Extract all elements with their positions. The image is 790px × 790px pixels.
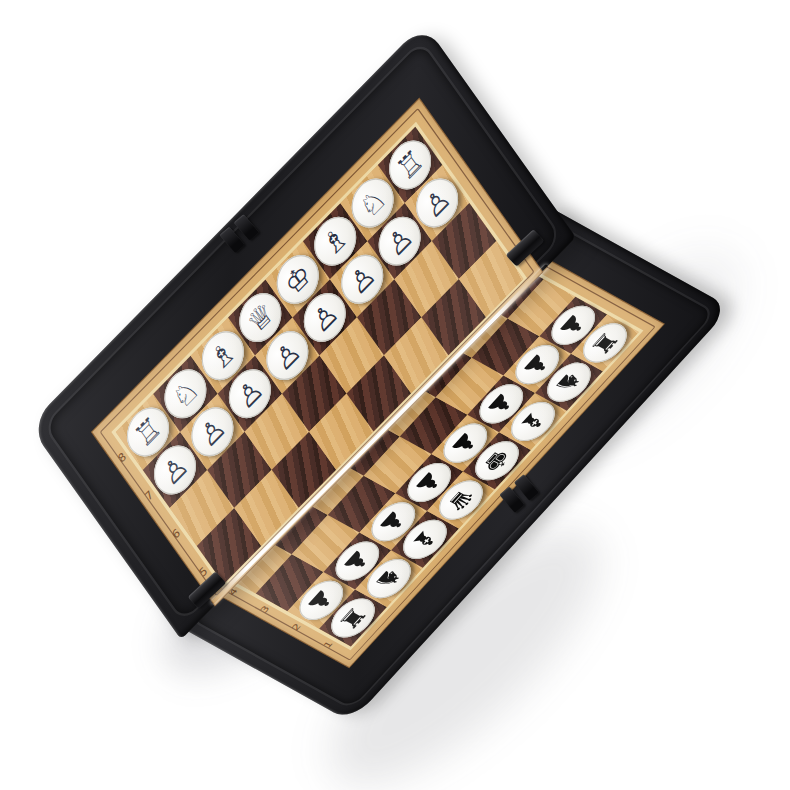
piece-glyph: ♙: [269, 334, 305, 377]
piece-glyph: ♘: [355, 182, 391, 225]
piece-glyph: ♙: [382, 220, 418, 263]
piece-glyph: ♜: [586, 327, 624, 358]
piece-glyph: ♛: [442, 484, 480, 515]
piece-glyph: ♙: [419, 182, 455, 225]
piece-glyph: ♙: [232, 372, 268, 415]
piece-glyph: ♝: [406, 524, 444, 555]
piece-glyph: ♙: [307, 296, 343, 339]
piece-glyph: ♝: [514, 406, 552, 437]
piece-glyph: ♖: [130, 411, 166, 454]
piece-glyph: ♗: [205, 334, 241, 377]
piece-glyph: ♘: [168, 372, 204, 415]
piece-glyph: ♜: [334, 602, 372, 633]
piece-glyph: ♞: [370, 563, 408, 594]
piece-glyph: ♚: [478, 445, 516, 476]
piece-glyph: ♗: [317, 220, 353, 263]
piece-glyph: ♖: [392, 144, 428, 187]
piece-glyph: ♙: [344, 258, 380, 301]
piece-glyph: ♞: [550, 367, 588, 398]
piece-glyph: ♙: [157, 449, 193, 492]
piece-glyph: ♕: [242, 296, 278, 339]
piece-glyph: ♙: [195, 411, 231, 454]
product-photo-scene: ♟♟♟♟♟♟♟♟♜♞♝♛♚♝♞♜ 4321 ♖♘♗♕♔♗♘♖♙♙♙♙♙♙♙♙ 8…: [0, 0, 790, 790]
piece-glyph: ♔: [280, 258, 316, 301]
